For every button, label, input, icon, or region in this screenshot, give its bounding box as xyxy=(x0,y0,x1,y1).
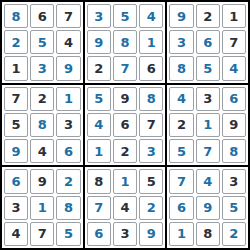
sudoku-box-2: 354981276 xyxy=(85,2,166,83)
cell-r8c3[interactable]: 8 xyxy=(56,196,80,220)
cell-r8c7[interactable]: 6 xyxy=(169,196,193,220)
cell-r8c2[interactable]: 1 xyxy=(30,196,54,220)
cell-r5c8[interactable]: 1 xyxy=(196,113,220,137)
cell-r7c4[interactable]: 8 xyxy=(87,169,111,193)
cell-r2c3[interactable]: 4 xyxy=(56,30,80,54)
cell-r5c3[interactable]: 3 xyxy=(56,113,80,137)
cell-r1c4[interactable]: 3 xyxy=(87,4,111,28)
cell-r4c4[interactable]: 5 xyxy=(87,87,111,111)
cell-r9c6[interactable]: 9 xyxy=(139,222,163,246)
cell-r3c7[interactable]: 8 xyxy=(169,56,193,80)
cell-r2c2[interactable]: 5 xyxy=(30,30,54,54)
cell-r9c8[interactable]: 8 xyxy=(196,222,220,246)
cell-r3c2[interactable]: 3 xyxy=(30,56,54,80)
sudoku-box-6: 436219578 xyxy=(167,85,248,166)
cell-r8c5[interactable]: 4 xyxy=(113,196,137,220)
cell-r1c7[interactable]: 9 xyxy=(169,4,193,28)
cell-r4c1[interactable]: 7 xyxy=(4,87,28,111)
cell-r1c2[interactable]: 6 xyxy=(30,4,54,28)
cell-r5c5[interactable]: 6 xyxy=(113,113,137,137)
cell-r5c6[interactable]: 7 xyxy=(139,113,163,137)
cell-r6c9[interactable]: 8 xyxy=(222,139,246,163)
sudoku-box-7: 692318475 xyxy=(2,167,83,248)
cell-r1c1[interactable]: 8 xyxy=(4,4,28,28)
cell-r6c6[interactable]: 3 xyxy=(139,139,163,163)
cell-r7c3[interactable]: 2 xyxy=(56,169,80,193)
cell-r9c2[interactable]: 7 xyxy=(30,222,54,246)
cell-r2c6[interactable]: 1 xyxy=(139,30,163,54)
cell-r8c4[interactable]: 7 xyxy=(87,196,111,220)
cell-r3c9[interactable]: 4 xyxy=(222,56,246,80)
sudoku-box-4: 721583946 xyxy=(2,85,83,166)
cell-r3c1[interactable]: 1 xyxy=(4,56,28,80)
cell-r8c9[interactable]: 5 xyxy=(222,196,246,220)
cell-r9c3[interactable]: 5 xyxy=(56,222,80,246)
cell-r1c8[interactable]: 2 xyxy=(196,4,220,28)
cell-r8c1[interactable]: 3 xyxy=(4,196,28,220)
cell-r1c3[interactable]: 7 xyxy=(56,4,80,28)
cell-r1c6[interactable]: 4 xyxy=(139,4,163,28)
cell-r6c1[interactable]: 9 xyxy=(4,139,28,163)
cell-r7c6[interactable]: 5 xyxy=(139,169,163,193)
cell-r2c8[interactable]: 6 xyxy=(196,30,220,54)
cell-r4c2[interactable]: 2 xyxy=(30,87,54,111)
cell-r1c9[interactable]: 1 xyxy=(222,4,246,28)
cell-r4c7[interactable]: 4 xyxy=(169,87,193,111)
cell-r2c1[interactable]: 2 xyxy=(4,30,28,54)
cell-r5c7[interactable]: 2 xyxy=(169,113,193,137)
cell-r3c3[interactable]: 9 xyxy=(56,56,80,80)
cell-r4c3[interactable]: 1 xyxy=(56,87,80,111)
cell-r4c9[interactable]: 6 xyxy=(222,87,246,111)
cell-r3c8[interactable]: 5 xyxy=(196,56,220,80)
cell-r4c8[interactable]: 3 xyxy=(196,87,220,111)
cell-r7c1[interactable]: 6 xyxy=(4,169,28,193)
sudoku-box-8: 815742639 xyxy=(85,167,166,248)
sudoku-box-9: 743695182 xyxy=(167,167,248,248)
sudoku-board: 8672541393549812769213678547215839465984… xyxy=(0,0,250,250)
cell-r5c1[interactable]: 5 xyxy=(4,113,28,137)
cell-r7c9[interactable]: 3 xyxy=(222,169,246,193)
cell-r3c5[interactable]: 7 xyxy=(113,56,137,80)
cell-r7c7[interactable]: 7 xyxy=(169,169,193,193)
cell-r7c8[interactable]: 4 xyxy=(196,169,220,193)
cell-r6c7[interactable]: 5 xyxy=(169,139,193,163)
cell-r6c5[interactable]: 2 xyxy=(113,139,137,163)
cell-r9c1[interactable]: 4 xyxy=(4,222,28,246)
cell-r3c4[interactable]: 2 xyxy=(87,56,111,80)
cell-r2c4[interactable]: 9 xyxy=(87,30,111,54)
cell-r6c4[interactable]: 1 xyxy=(87,139,111,163)
cell-r6c3[interactable]: 6 xyxy=(56,139,80,163)
cell-r1c5[interactable]: 5 xyxy=(113,4,137,28)
cell-r5c4[interactable]: 4 xyxy=(87,113,111,137)
cell-r9c7[interactable]: 1 xyxy=(169,222,193,246)
cell-r5c2[interactable]: 8 xyxy=(30,113,54,137)
cell-r5c9[interactable]: 9 xyxy=(222,113,246,137)
cell-r9c4[interactable]: 6 xyxy=(87,222,111,246)
sudoku-box-3: 921367854 xyxy=(167,2,248,83)
cell-r2c9[interactable]: 7 xyxy=(222,30,246,54)
cell-r4c5[interactable]: 9 xyxy=(113,87,137,111)
cell-r7c2[interactable]: 9 xyxy=(30,169,54,193)
cell-r2c7[interactable]: 3 xyxy=(169,30,193,54)
cell-r9c5[interactable]: 3 xyxy=(113,222,137,246)
cell-r9c9[interactable]: 2 xyxy=(222,222,246,246)
cell-r3c6[interactable]: 6 xyxy=(139,56,163,80)
cell-r4c6[interactable]: 8 xyxy=(139,87,163,111)
cell-r6c8[interactable]: 7 xyxy=(196,139,220,163)
cell-r7c5[interactable]: 1 xyxy=(113,169,137,193)
sudoku-box-5: 598467123 xyxy=(85,85,166,166)
cell-r8c8[interactable]: 9 xyxy=(196,196,220,220)
cell-r6c2[interactable]: 4 xyxy=(30,139,54,163)
cell-r8c6[interactable]: 2 xyxy=(139,196,163,220)
cell-r2c5[interactable]: 8 xyxy=(113,30,137,54)
sudoku-box-1: 867254139 xyxy=(2,2,83,83)
